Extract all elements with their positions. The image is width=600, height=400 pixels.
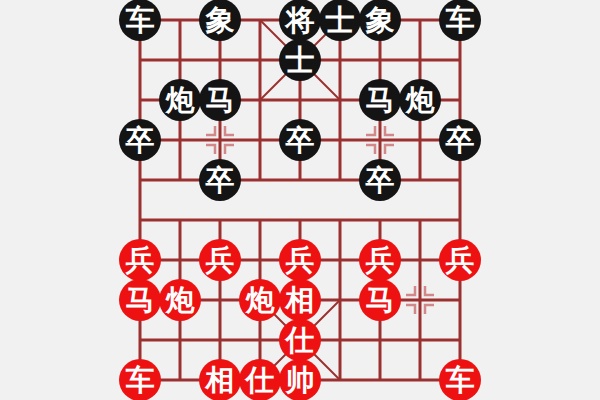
- piece-black-elephant-f7r10[interactable]: 象: [359, 0, 401, 41]
- xiangqi-app: 车象将士象车士炮马马炮卒卒卒卒卒兵兵兵兵兵马炮炮相马仕车相仕帅车: [0, 0, 600, 400]
- piece-black-chariot-f9r10[interactable]: 车: [439, 0, 481, 41]
- piece-red-advisor-f5r2[interactable]: 仕: [279, 319, 321, 361]
- piece-black-soldier-f9r7[interactable]: 卒: [439, 119, 481, 161]
- piece-black-soldier-f7r6[interactable]: 卒: [359, 159, 401, 201]
- piece-black-chariot-f1r10[interactable]: 车: [119, 0, 161, 41]
- piece-black-elephant-f3r10[interactable]: 象: [199, 0, 241, 41]
- piece-black-advisor-f5r9[interactable]: 士: [279, 39, 321, 81]
- piece-red-cannon-f4r3[interactable]: 炮: [239, 279, 281, 321]
- piece-black-soldier-f3r6[interactable]: 卒: [199, 159, 241, 201]
- piece-red-advisor-f4r1[interactable]: 仕: [239, 359, 281, 400]
- piece-red-horse-f1r3[interactable]: 马: [119, 279, 161, 321]
- piece-black-soldier-f5r7[interactable]: 卒: [279, 119, 321, 161]
- piece-black-advisor-f6r10[interactable]: 士: [319, 0, 361, 41]
- board-grid[interactable]: 车象将士象车士炮马马炮卒卒卒卒卒兵兵兵兵兵马炮炮相马仕车相仕帅车: [120, 0, 480, 400]
- piece-red-soldier-f3r4[interactable]: 兵: [199, 239, 241, 281]
- piece-black-horse-f7r8[interactable]: 马: [359, 79, 401, 121]
- piece-black-soldier-f1r7[interactable]: 卒: [119, 119, 161, 161]
- piece-red-cannon-f2r3[interactable]: 炮: [159, 279, 201, 321]
- piece-red-soldier-f5r4[interactable]: 兵: [279, 239, 321, 281]
- piece-red-soldier-f7r4[interactable]: 兵: [359, 239, 401, 281]
- piece-red-general-f5r1[interactable]: 帅: [279, 359, 321, 400]
- piece-black-general-f5r10[interactable]: 将: [279, 0, 321, 41]
- piece-red-elephant-f5r3[interactable]: 相: [279, 279, 321, 321]
- piece-black-cannon-f8r8[interactable]: 炮: [399, 79, 441, 121]
- piece-red-soldier-f1r4[interactable]: 兵: [119, 239, 161, 281]
- piece-black-cannon-f2r8[interactable]: 炮: [159, 79, 201, 121]
- piece-red-elephant-f3r1[interactable]: 相: [199, 359, 241, 400]
- piece-red-horse-f7r3[interactable]: 马: [359, 279, 401, 321]
- piece-red-soldier-f9r4[interactable]: 兵: [439, 239, 481, 281]
- piece-black-horse-f3r8[interactable]: 马: [199, 79, 241, 121]
- piece-red-chariot-f9r1[interactable]: 车: [439, 359, 481, 400]
- piece-red-chariot-f1r1[interactable]: 车: [119, 359, 161, 400]
